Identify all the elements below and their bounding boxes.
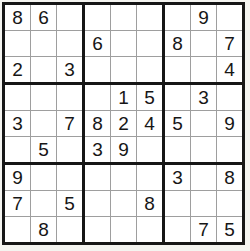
sudoku-cell-r5c6: 4 bbox=[137, 111, 162, 136]
sudoku-cell-r5c4: 8 bbox=[85, 111, 110, 136]
sudoku-box-2: 6 bbox=[85, 5, 162, 82]
sudoku-cell-r2c8[interactable] bbox=[191, 31, 216, 56]
sudoku-cell-r6c3[interactable] bbox=[57, 137, 82, 162]
sudoku-cell-r6c4: 3 bbox=[85, 137, 110, 162]
sudoku-cell-r4c6: 5 bbox=[137, 85, 162, 110]
sudoku-cell-r3c6[interactable] bbox=[137, 57, 162, 82]
sudoku-cell-r5c7: 5 bbox=[165, 111, 190, 136]
sudoku-cell-r7c2[interactable] bbox=[31, 165, 56, 190]
sudoku-cell-r7c5[interactable] bbox=[111, 165, 136, 190]
sudoku-cell-r1c8: 9 bbox=[191, 5, 216, 30]
sudoku-cell-r3c1: 2 bbox=[5, 57, 30, 82]
sudoku-cell-r2c3[interactable] bbox=[57, 31, 82, 56]
sudoku-cell-r4c5: 1 bbox=[111, 85, 136, 110]
sudoku-cell-r9c5[interactable] bbox=[111, 217, 136, 242]
sudoku-cell-r6c6[interactable] bbox=[137, 137, 162, 162]
sudoku-cell-r7c3[interactable] bbox=[57, 165, 82, 190]
sudoku-cell-r3c2[interactable] bbox=[31, 57, 56, 82]
sudoku-cell-r9c1[interactable] bbox=[5, 217, 30, 242]
sudoku-cell-r3c7[interactable] bbox=[165, 57, 190, 82]
sudoku-cell-r5c8[interactable] bbox=[191, 111, 216, 136]
sudoku-cell-r8c5[interactable] bbox=[111, 191, 136, 216]
sudoku-cell-r3c5[interactable] bbox=[111, 57, 136, 82]
sudoku-cell-r1c4[interactable] bbox=[85, 5, 110, 30]
sudoku-cell-r6c1[interactable] bbox=[5, 137, 30, 162]
sudoku-cell-r9c6[interactable] bbox=[137, 217, 162, 242]
sudoku-cell-r4c4[interactable] bbox=[85, 85, 110, 110]
sudoku-cell-r1c5[interactable] bbox=[111, 5, 136, 30]
sudoku-cell-r2c9: 7 bbox=[217, 31, 242, 56]
sudoku-cell-r4c7[interactable] bbox=[165, 85, 190, 110]
sudoku-cell-r1c1: 8 bbox=[5, 5, 30, 30]
sudoku-cell-r4c9[interactable] bbox=[217, 85, 242, 110]
sudoku-cell-r9c9: 5 bbox=[217, 217, 242, 242]
sudoku-cell-r9c2: 8 bbox=[31, 217, 56, 242]
sudoku-cell-r5c5: 2 bbox=[111, 111, 136, 136]
sudoku-cell-r3c4[interactable] bbox=[85, 57, 110, 82]
sudoku-box-1: 8623 bbox=[5, 5, 82, 82]
sudoku-cell-r7c6[interactable] bbox=[137, 165, 162, 190]
sudoku-cell-r8c7[interactable] bbox=[165, 191, 190, 216]
sudoku-cell-r5c3: 7 bbox=[57, 111, 82, 136]
sudoku-cell-r5c9: 9 bbox=[217, 111, 242, 136]
sudoku-cell-r2c5[interactable] bbox=[111, 31, 136, 56]
sudoku-cell-r6c8[interactable] bbox=[191, 137, 216, 162]
sudoku-cell-r7c9: 8 bbox=[217, 165, 242, 190]
sudoku-cell-r4c1[interactable] bbox=[5, 85, 30, 110]
sudoku-cell-r2c7: 8 bbox=[165, 31, 190, 56]
sudoku-cell-r1c2: 6 bbox=[31, 5, 56, 30]
sudoku-box-6: 359 bbox=[165, 85, 242, 162]
sudoku-cell-r8c6: 8 bbox=[137, 191, 162, 216]
sudoku-cell-r8c1: 7 bbox=[5, 191, 30, 216]
sudoku-cell-r8c3: 5 bbox=[57, 191, 82, 216]
sudoku-box-5: 1582439 bbox=[85, 85, 162, 162]
sudoku-box-7: 9758 bbox=[5, 165, 82, 242]
sudoku-cell-r4c3[interactable] bbox=[57, 85, 82, 110]
sudoku-cell-r7c1: 9 bbox=[5, 165, 30, 190]
sudoku-cell-r2c1[interactable] bbox=[5, 31, 30, 56]
sudoku-cell-r1c3[interactable] bbox=[57, 5, 82, 30]
sudoku-cell-r3c9: 4 bbox=[217, 57, 242, 82]
sudoku-cell-r1c6[interactable] bbox=[137, 5, 162, 30]
sudoku-cell-r9c4[interactable] bbox=[85, 217, 110, 242]
sudoku-box-4: 375 bbox=[5, 85, 82, 162]
sudoku-cell-r1c9[interactable] bbox=[217, 5, 242, 30]
sudoku-cell-r5c1: 3 bbox=[5, 111, 30, 136]
sudoku-cell-r7c4[interactable] bbox=[85, 165, 110, 190]
sudoku-cell-r9c3[interactable] bbox=[57, 217, 82, 242]
sudoku-box-3: 9874 bbox=[165, 5, 242, 82]
sudoku-cell-r5c2[interactable] bbox=[31, 111, 56, 136]
sudoku-cell-r7c8[interactable] bbox=[191, 165, 216, 190]
sudoku-cell-r9c8: 7 bbox=[191, 217, 216, 242]
sudoku-cell-r3c3: 3 bbox=[57, 57, 82, 82]
sudoku-cell-r3c8[interactable] bbox=[191, 57, 216, 82]
sudoku-cell-r2c2[interactable] bbox=[31, 31, 56, 56]
sudoku-box-8: 8 bbox=[85, 165, 162, 242]
sudoku-box-9: 3875 bbox=[165, 165, 242, 242]
sudoku-cell-r6c2: 5 bbox=[31, 137, 56, 162]
sudoku-cell-r8c4[interactable] bbox=[85, 191, 110, 216]
sudoku-cell-r2c6[interactable] bbox=[137, 31, 162, 56]
sudoku-cell-r7c7: 3 bbox=[165, 165, 190, 190]
sudoku-cell-r4c8: 3 bbox=[191, 85, 216, 110]
sudoku-cell-r9c7[interactable] bbox=[165, 217, 190, 242]
sudoku-cell-r6c7[interactable] bbox=[165, 137, 190, 162]
sudoku-cell-r2c4: 6 bbox=[85, 31, 110, 56]
sudoku-cell-r4c2[interactable] bbox=[31, 85, 56, 110]
sudoku-cell-r6c5: 9 bbox=[111, 137, 136, 162]
sudoku-cell-r8c8[interactable] bbox=[191, 191, 216, 216]
sudoku-cell-r8c2[interactable] bbox=[31, 191, 56, 216]
sudoku-board: 8623698743751582439359975883875 bbox=[2, 2, 245, 245]
sudoku-cell-r1c7[interactable] bbox=[165, 5, 190, 30]
sudoku-cell-r6c9[interactable] bbox=[217, 137, 242, 162]
sudoku-cell-r8c9[interactable] bbox=[217, 191, 242, 216]
